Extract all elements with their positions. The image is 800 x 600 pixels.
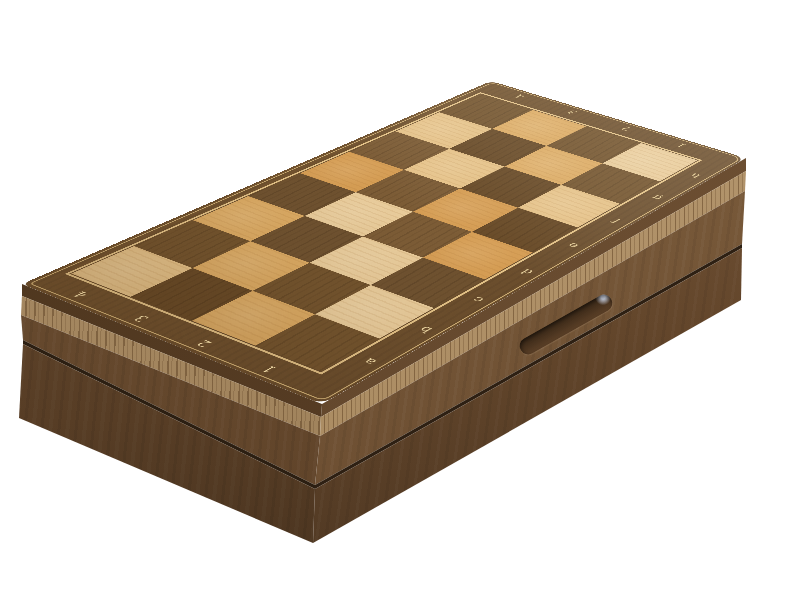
product-photo-canvas: abcdefgh44332211 bbox=[0, 0, 800, 600]
